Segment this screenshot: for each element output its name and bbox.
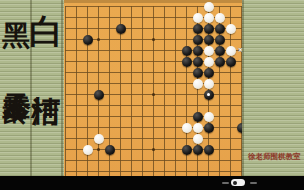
star-point xyxy=(97,38,100,41)
black-stone[interactable] xyxy=(193,112,203,122)
grid-line-horizontal xyxy=(65,105,242,106)
black-stone[interactable] xyxy=(193,68,203,78)
grid-line-vertical xyxy=(186,6,187,182)
star-point xyxy=(97,148,100,151)
tatami-seam xyxy=(242,0,244,190)
white-stone[interactable] xyxy=(226,46,236,56)
black-stone[interactable] xyxy=(215,24,225,34)
bar-glyph-left xyxy=(222,182,229,184)
star-point xyxy=(152,93,155,96)
white-color-label: 白 xyxy=(29,14,63,48)
white-player-column: 白 柯洁 xyxy=(32,14,60,74)
grid-line-horizontal xyxy=(65,160,242,161)
toggle-knob-icon xyxy=(233,181,237,185)
black-stone[interactable] xyxy=(215,46,225,56)
white-stone[interactable] xyxy=(193,134,203,144)
black-stone[interactable] xyxy=(193,24,203,34)
grid-line-horizontal xyxy=(65,171,242,172)
white-stone[interactable] xyxy=(204,57,214,67)
black-stone[interactable] xyxy=(204,68,214,78)
black-stone[interactable] xyxy=(83,35,93,45)
white-stone[interactable] xyxy=(193,13,203,23)
white-player-name: 柯洁 xyxy=(32,72,61,74)
white-stone[interactable] xyxy=(204,2,214,12)
video-frame: 黑 孟泰龄 白 柯洁 ✕ 徐老师围棋教室 xyxy=(0,0,304,190)
black-stone[interactable] xyxy=(193,35,203,45)
black-stone[interactable] xyxy=(182,145,192,155)
black-stone[interactable] xyxy=(182,46,192,56)
grid-line-vertical xyxy=(164,6,165,182)
black-stone[interactable] xyxy=(182,57,192,67)
black-stone[interactable] xyxy=(193,57,203,67)
black-stone[interactable] xyxy=(193,145,203,155)
black-stone[interactable] xyxy=(204,123,214,133)
white-stone[interactable] xyxy=(226,24,236,34)
black-stone[interactable] xyxy=(105,145,115,155)
star-point xyxy=(152,148,155,151)
playback-toggle[interactable] xyxy=(231,179,245,186)
black-player-name: 孟泰龄 xyxy=(2,71,30,74)
black-stone[interactable] xyxy=(226,57,236,67)
watermark-text: 徐老师围棋教室 xyxy=(248,152,302,162)
white-stone[interactable] xyxy=(193,79,203,89)
black-stone[interactable] xyxy=(116,24,126,34)
star-point xyxy=(152,38,155,41)
white-stone[interactable] xyxy=(94,134,104,144)
white-stone[interactable] xyxy=(204,112,214,122)
white-stone[interactable] xyxy=(215,13,225,23)
black-player-column: 黑 孟泰龄 xyxy=(1,22,31,74)
white-stone[interactable] xyxy=(204,79,214,89)
black-stone[interactable] xyxy=(204,145,214,155)
bar-glyph-right xyxy=(250,182,257,184)
black-stone[interactable] xyxy=(193,46,203,56)
playback-bar xyxy=(0,176,304,190)
white-stone[interactable] xyxy=(204,46,214,56)
black-stone[interactable] xyxy=(215,35,225,45)
white-stone[interactable] xyxy=(182,123,192,133)
black-stone[interactable] xyxy=(204,90,214,100)
grid-line-vertical xyxy=(175,6,176,182)
black-color-label: 黑 xyxy=(2,22,30,50)
white-stone[interactable] xyxy=(193,123,203,133)
grid-line-horizontal xyxy=(65,138,242,139)
last-move-marker xyxy=(207,93,210,96)
grid-line-horizontal xyxy=(65,127,242,128)
black-stone[interactable] xyxy=(204,24,214,34)
white-stone[interactable] xyxy=(83,145,93,155)
black-stone[interactable] xyxy=(94,90,104,100)
black-stone[interactable] xyxy=(215,57,225,67)
white-stone[interactable] xyxy=(204,13,214,23)
left-panel: 黑 孟泰龄 白 柯洁 xyxy=(0,0,64,190)
grid-line-horizontal xyxy=(65,116,242,117)
go-board[interactable]: ✕ xyxy=(64,0,244,190)
black-stone[interactable] xyxy=(204,35,214,45)
